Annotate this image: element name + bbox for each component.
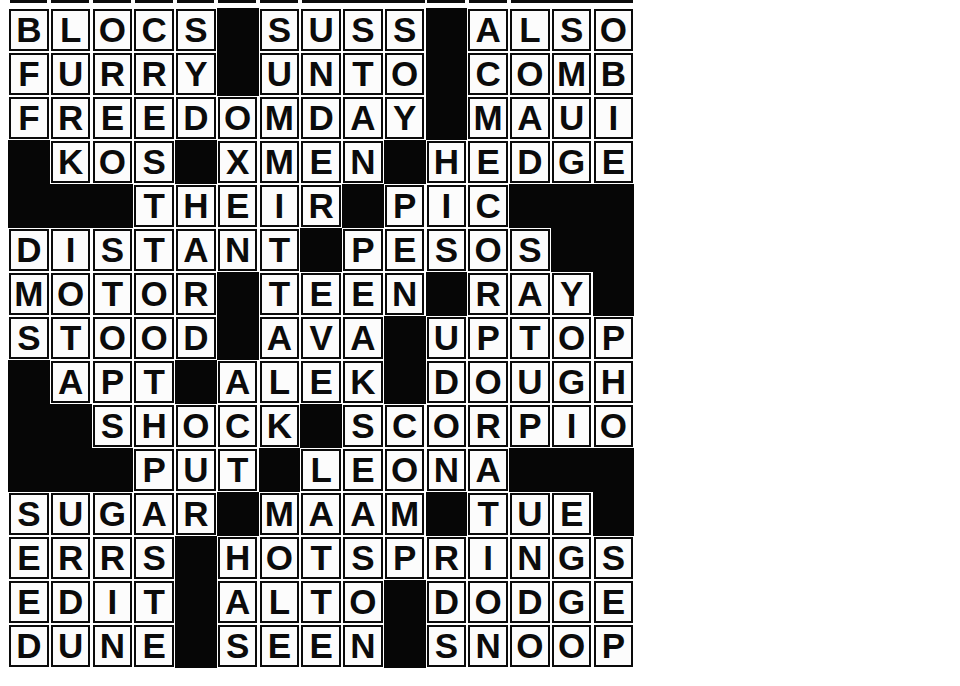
cell-letter: E <box>9 537 49 579</box>
cell-letter: E <box>9 581 49 623</box>
letter-cell-r14c7[interactable]: L <box>259 580 301 624</box>
cell-letter: O <box>176 405 216 447</box>
letter-cell-r12c7[interactable]: M <box>259 492 301 536</box>
cell-letter: R <box>93 53 133 95</box>
black-cell-r11c1 <box>8 448 50 492</box>
letter-cell-r8c7[interactable]: A <box>259 316 301 360</box>
cell-letter: O <box>594 9 634 51</box>
black-cell-r1c11 <box>426 8 468 52</box>
letter-cell-r12c1[interactable]: S <box>8 492 50 536</box>
letter-cell-r5c8[interactable]: R <box>300 184 342 228</box>
cell-letter: E <box>134 625 174 667</box>
letter-cell-r11c11[interactable]: N <box>426 448 468 492</box>
cell-letter: N <box>93 625 133 667</box>
letter-cell-r14c11[interactable]: D <box>426 580 468 624</box>
letter-cell-r6c10[interactable]: E <box>384 228 426 272</box>
cell-letter: E <box>343 273 383 315</box>
cell-letter: N <box>468 625 508 667</box>
letter-cell-r3c12[interactable]: M <box>467 96 509 140</box>
letter-cell-r6c6[interactable]: N <box>217 228 259 272</box>
cell-letter: P <box>343 229 383 271</box>
letter-cell-r13c11[interactable]: R <box>426 536 468 580</box>
letter-cell-r11c6[interactable]: T <box>217 448 259 492</box>
cell-letter: S <box>594 537 634 579</box>
sliver-dash <box>260 0 298 3</box>
letter-cell-r5c12[interactable]: C <box>467 184 509 228</box>
cell-letter: U <box>260 53 300 95</box>
letter-cell-r5c6[interactable]: E <box>217 184 259 228</box>
cell-letter: A <box>510 97 550 139</box>
letter-cell-r12c3[interactable]: G <box>92 492 134 536</box>
letter-cell-r7c4[interactable]: O <box>133 272 175 316</box>
letter-cell-r12c9[interactable]: A <box>342 492 384 536</box>
letter-cell-r2c15[interactable]: B <box>593 52 635 96</box>
letter-cell-r7c7[interactable]: T <box>259 272 301 316</box>
cell-letter: P <box>468 317 508 359</box>
cell-letter: A <box>468 449 508 491</box>
letter-cell-r3c1[interactable]: F <box>8 96 50 140</box>
letter-cell-r15c14[interactable]: O <box>551 624 593 668</box>
letter-cell-r4c3[interactable]: O <box>92 140 134 184</box>
letter-cell-r14c4[interactable]: T <box>133 580 175 624</box>
black-cell-r7c11 <box>426 272 468 316</box>
letter-cell-r11c8[interactable]: L <box>300 448 342 492</box>
letter-cell-r15c12[interactable]: N <box>467 624 509 668</box>
letter-cell-r6c7[interactable]: T <box>259 228 301 272</box>
letter-cell-r14c9[interactable]: O <box>342 580 384 624</box>
cell-letter: R <box>468 273 508 315</box>
letter-cell-r2c1[interactable]: F <box>8 52 50 96</box>
cell-letter: U <box>51 625 91 667</box>
sliver-dash <box>135 0 173 3</box>
letter-cell-r1c5[interactable]: S <box>175 8 217 52</box>
cell-letter: I <box>468 537 508 579</box>
cell-letter: S <box>427 229 467 271</box>
cell-letter: S <box>552 9 592 51</box>
letter-cell-r11c12[interactable]: A <box>467 448 509 492</box>
cell-letter: S <box>134 537 174 579</box>
letter-cell-r2c7[interactable]: U <box>259 52 301 96</box>
cell-letter: P <box>594 625 634 667</box>
cell-letter: O <box>134 317 174 359</box>
letter-cell-r8c14[interactable]: O <box>551 316 593 360</box>
letter-cell-r10c11[interactable]: O <box>426 404 468 448</box>
letter-cell-r8c12[interactable]: P <box>467 316 509 360</box>
letter-cell-r12c12[interactable]: T <box>467 492 509 536</box>
letter-cell-r4c13[interactable]: D <box>509 140 551 184</box>
black-cell-r3c11 <box>426 96 468 140</box>
letter-cell-r15c4[interactable]: E <box>133 624 175 668</box>
black-cell-r12c15 <box>593 492 635 536</box>
letter-cell-r2c4[interactable]: R <box>133 52 175 96</box>
letter-cell-r13c14[interactable]: G <box>551 536 593 580</box>
letter-cell-r7c3[interactable]: T <box>92 272 134 316</box>
cell-letter: S <box>9 317 49 359</box>
letter-cell-r1c13[interactable]: L <box>509 8 551 52</box>
cell-letter: A <box>176 229 216 271</box>
letter-cell-r14c1[interactable]: E <box>8 580 50 624</box>
letter-cell-r1c4[interactable]: C <box>133 8 175 52</box>
cell-letter: H <box>594 361 634 403</box>
letter-cell-r1c9[interactable]: S <box>342 8 384 52</box>
cell-letter: M <box>552 53 592 95</box>
cell-letter: O <box>552 625 592 667</box>
letter-cell-r10c3[interactable]: S <box>92 404 134 448</box>
letter-cell-r8c5[interactable]: D <box>175 316 217 360</box>
letter-cell-r13c7[interactable]: O <box>259 536 301 580</box>
letter-cell-r14c2[interactable]: D <box>50 580 92 624</box>
letter-cell-r10c9[interactable]: S <box>342 404 384 448</box>
cell-letter: C <box>134 9 174 51</box>
cell-letter: I <box>93 581 133 623</box>
letter-cell-r2c10[interactable]: O <box>384 52 426 96</box>
cell-letter: O <box>260 537 300 579</box>
black-cell-r7c6 <box>217 272 259 316</box>
cell-letter: H <box>134 405 174 447</box>
cell-letter: O <box>385 53 425 95</box>
letter-cell-r14c13[interactable]: D <box>509 580 551 624</box>
letter-cell-r5c5[interactable]: H <box>175 184 217 228</box>
cell-letter: O <box>51 273 91 315</box>
black-cell-r12c11 <box>426 492 468 536</box>
cell-letter: S <box>9 493 49 535</box>
letter-cell-r6c9[interactable]: P <box>342 228 384 272</box>
letter-cell-r9c9[interactable]: K <box>342 360 384 404</box>
letter-cell-r1c3[interactable]: O <box>92 8 134 52</box>
letter-cell-r11c10[interactable]: O <box>384 448 426 492</box>
letter-cell-r10c5[interactable]: O <box>175 404 217 448</box>
cell-letter: S <box>218 625 258 667</box>
cell-letter: G <box>552 537 592 579</box>
letter-cell-r11c5[interactable]: U <box>175 448 217 492</box>
sliver-dash <box>302 0 425 3</box>
letter-cell-r6c4[interactable]: T <box>133 228 175 272</box>
letter-cell-r1c8[interactable]: U <box>300 8 342 52</box>
cell-letter: A <box>343 97 383 139</box>
cell-letter: G <box>552 141 592 183</box>
letter-cell-r10c15[interactable]: O <box>593 404 635 448</box>
letter-cell-r10c6[interactable]: C <box>217 404 259 448</box>
letter-cell-r3c14[interactable]: U <box>551 96 593 140</box>
letter-cell-r12c4[interactable]: A <box>133 492 175 536</box>
black-cell-r5c13 <box>509 184 551 228</box>
black-cell-r1c6 <box>217 8 259 52</box>
cell-letter: R <box>176 273 216 315</box>
letter-cell-r3c13[interactable]: A <box>509 96 551 140</box>
letter-cell-r6c5[interactable]: A <box>175 228 217 272</box>
letter-cell-r13c8[interactable]: T <box>300 536 342 580</box>
cell-letter: D <box>427 361 467 403</box>
cell-letter: D <box>51 581 91 623</box>
cell-letter: O <box>134 273 174 315</box>
letter-cell-r15c2[interactable]: U <box>50 624 92 668</box>
cell-letter: E <box>218 185 258 227</box>
cell-letter: E <box>301 273 341 315</box>
letter-cell-r2c3[interactable]: R <box>92 52 134 96</box>
letter-cell-r13c9[interactable]: S <box>342 536 384 580</box>
letter-cell-r8c1[interactable]: S <box>8 316 50 360</box>
letter-cell-r5c4[interactable]: T <box>133 184 175 228</box>
cell-letter: E <box>301 361 341 403</box>
letter-cell-r8c9[interactable]: A <box>342 316 384 360</box>
letter-cell-r9c15[interactable]: H <box>593 360 635 404</box>
letter-cell-r7c9[interactable]: E <box>342 272 384 316</box>
cell-letter: R <box>134 53 174 95</box>
letter-cell-r12c13[interactable]: U <box>509 492 551 536</box>
letter-cell-r9c7[interactable]: L <box>259 360 301 404</box>
letter-cell-r15c9[interactable]: N <box>342 624 384 668</box>
cell-letter: U <box>510 493 550 535</box>
letter-cell-r8c15[interactable]: P <box>593 316 635 360</box>
cell-letter: F <box>9 97 49 139</box>
letter-cell-r9c8[interactable]: E <box>300 360 342 404</box>
cell-letter: Y <box>385 97 425 139</box>
letter-cell-r9c6[interactable]: A <box>217 360 259 404</box>
letter-cell-r4c12[interactable]: E <box>467 140 509 184</box>
cell-letter: N <box>427 449 467 491</box>
black-cell-r14c10 <box>384 580 426 624</box>
cell-letter: P <box>134 449 174 491</box>
letter-cell-r10c4[interactable]: H <box>133 404 175 448</box>
letter-cell-r6c13[interactable]: S <box>509 228 551 272</box>
letter-cell-r3c2[interactable]: R <box>50 96 92 140</box>
letter-cell-r9c12[interactable]: O <box>467 360 509 404</box>
cell-letter: R <box>427 537 467 579</box>
cell-letter: T <box>260 229 300 271</box>
cell-letter: E <box>468 141 508 183</box>
cell-letter: O <box>468 361 508 403</box>
cell-letter: A <box>51 361 91 403</box>
letter-cell-r2c13[interactable]: O <box>509 52 551 96</box>
cell-letter: N <box>343 625 383 667</box>
cell-letter: T <box>134 581 174 623</box>
letter-cell-r4c8[interactable]: E <box>300 140 342 184</box>
cell-letter: R <box>176 493 216 535</box>
letter-cell-r15c7[interactable]: E <box>259 624 301 668</box>
letter-cell-r4c15[interactable]: E <box>593 140 635 184</box>
cell-letter: E <box>301 141 341 183</box>
letter-cell-r2c2[interactable]: U <box>50 52 92 96</box>
letter-cell-r13c6[interactable]: H <box>217 536 259 580</box>
letter-cell-r12c5[interactable]: R <box>175 492 217 536</box>
letter-cell-r13c2[interactable]: R <box>50 536 92 580</box>
letter-cell-r1c10[interactable]: S <box>384 8 426 52</box>
letter-cell-r8c2[interactable]: T <box>50 316 92 360</box>
letter-cell-r8c13[interactable]: T <box>509 316 551 360</box>
letter-cell-r14c8[interactable]: T <box>300 580 342 624</box>
letter-cell-r10c13[interactable]: P <box>509 404 551 448</box>
letter-cell-r1c2[interactable]: L <box>50 8 92 52</box>
letter-cell-r10c14[interactable]: I <box>551 404 593 448</box>
letter-cell-r1c1[interactable]: B <box>8 8 50 52</box>
letter-cell-r3c8[interactable]: D <box>300 96 342 140</box>
black-cell-r5c14 <box>551 184 593 228</box>
letter-cell-r1c12[interactable]: A <box>467 8 509 52</box>
cell-letter: G <box>552 581 592 623</box>
letter-cell-r15c1[interactable]: D <box>8 624 50 668</box>
letter-cell-r14c6[interactable]: A <box>217 580 259 624</box>
letter-cell-r12c10[interactable]: M <box>384 492 426 536</box>
letter-cell-r7c12[interactable]: R <box>467 272 509 316</box>
letter-cell-r15c3[interactable]: N <box>92 624 134 668</box>
cell-letter: U <box>51 493 91 535</box>
black-cell-r10c8 <box>300 404 342 448</box>
cell-letter: O <box>385 449 425 491</box>
letter-cell-r14c3[interactable]: I <box>92 580 134 624</box>
letter-cell-r15c15[interactable]: P <box>593 624 635 668</box>
letter-cell-r8c11[interactable]: U <box>426 316 468 360</box>
black-cell-r10c1 <box>8 404 50 448</box>
black-cell-r11c13 <box>509 448 551 492</box>
cell-letter: E <box>552 493 592 535</box>
letter-cell-r1c15[interactable]: O <box>593 8 635 52</box>
letter-cell-r10c10[interactable]: C <box>384 404 426 448</box>
cell-letter: P <box>93 361 133 403</box>
letter-cell-r9c13[interactable]: U <box>509 360 551 404</box>
black-cell-r13c5 <box>175 536 217 580</box>
cell-letter: E <box>343 449 383 491</box>
letter-cell-r12c2[interactable]: U <box>50 492 92 536</box>
letter-cell-r14c14[interactable]: G <box>551 580 593 624</box>
letter-cell-r9c14[interactable]: G <box>551 360 593 404</box>
letter-cell-r13c13[interactable]: N <box>509 536 551 580</box>
cell-letter: S <box>427 625 467 667</box>
cell-letter: A <box>301 493 341 535</box>
cell-letter: O <box>468 229 508 271</box>
letter-cell-r3c10[interactable]: Y <box>384 96 426 140</box>
cell-letter: L <box>510 9 550 51</box>
letter-cell-r2c12[interactable]: C <box>467 52 509 96</box>
black-cell-r5c9 <box>342 184 384 228</box>
cell-letter: O <box>510 53 550 95</box>
black-cell-r5c2 <box>50 184 92 228</box>
cell-letter: P <box>510 405 550 447</box>
cell-letter: B <box>594 53 634 95</box>
letter-cell-r4c11[interactable]: H <box>426 140 468 184</box>
cell-letter: T <box>260 273 300 315</box>
letter-cell-r3c7[interactable]: M <box>259 96 301 140</box>
letter-cell-r6c1[interactable]: D <box>8 228 50 272</box>
letter-cell-r14c12[interactable]: O <box>467 580 509 624</box>
letter-cell-r15c13[interactable]: O <box>509 624 551 668</box>
cell-letter: I <box>552 405 592 447</box>
letter-cell-r10c7[interactable]: K <box>259 404 301 448</box>
letter-cell-r11c9[interactable]: E <box>342 448 384 492</box>
letter-cell-r9c11[interactable]: D <box>426 360 468 404</box>
black-cell-r4c10 <box>384 140 426 184</box>
cell-letter: T <box>301 581 341 623</box>
cell-letter: S <box>510 229 550 271</box>
letter-cell-r5c7[interactable]: I <box>259 184 301 228</box>
cell-letter: A <box>510 273 550 315</box>
letter-cell-r6c2[interactable]: I <box>50 228 92 272</box>
letter-cell-r3c5[interactable]: D <box>175 96 217 140</box>
page-canvas: BLOCSSUSSALSOFURRYUNTOCOMBFREEDOMDAYMAUI… <box>0 0 960 686</box>
cell-letter: M <box>260 141 300 183</box>
letter-cell-r4c4[interactable]: S <box>133 140 175 184</box>
letter-cell-r3c6[interactable]: O <box>217 96 259 140</box>
black-cell-r14c5 <box>175 580 217 624</box>
letter-cell-r7c1[interactable]: M <box>8 272 50 316</box>
letter-cell-r8c8[interactable]: V <box>300 316 342 360</box>
letter-cell-r2c14[interactable]: M <box>551 52 593 96</box>
cell-letter: S <box>343 9 383 51</box>
letter-cell-r6c11[interactable]: S <box>426 228 468 272</box>
letter-cell-r10c12[interactable]: R <box>467 404 509 448</box>
letter-cell-r13c15[interactable]: S <box>593 536 635 580</box>
letter-cell-r4c2[interactable]: K <box>50 140 92 184</box>
letter-cell-r2c5[interactable]: Y <box>175 52 217 96</box>
black-cell-r6c14 <box>551 228 593 272</box>
letter-cell-r3c15[interactable]: I <box>593 96 635 140</box>
letter-cell-r15c11[interactable]: S <box>426 624 468 668</box>
letter-cell-r4c9[interactable]: N <box>342 140 384 184</box>
cell-letter: S <box>343 537 383 579</box>
cell-letter: G <box>93 493 133 535</box>
letter-cell-r7c10[interactable]: N <box>384 272 426 316</box>
letter-cell-r4c7[interactable]: M <box>259 140 301 184</box>
cell-letter: P <box>385 185 425 227</box>
letter-cell-r5c10[interactable]: P <box>384 184 426 228</box>
letter-cell-r1c14[interactable]: S <box>551 8 593 52</box>
letter-cell-r7c8[interactable]: E <box>300 272 342 316</box>
letter-cell-r9c3[interactable]: P <box>92 360 134 404</box>
letter-cell-r4c6[interactable]: X <box>217 140 259 184</box>
letter-cell-r2c9[interactable]: T <box>342 52 384 96</box>
letter-cell-r7c13[interactable]: A <box>509 272 551 316</box>
letter-cell-r9c4[interactable]: T <box>133 360 175 404</box>
letter-cell-r7c2[interactable]: O <box>50 272 92 316</box>
cell-letter: A <box>343 493 383 535</box>
letter-cell-r15c8[interactable]: E <box>300 624 342 668</box>
letter-cell-r15c6[interactable]: S <box>217 624 259 668</box>
cell-letter: C <box>468 53 508 95</box>
letter-cell-r8c3[interactable]: O <box>92 316 134 360</box>
letter-cell-r6c3[interactable]: S <box>92 228 134 272</box>
letter-cell-r11c4[interactable]: P <box>133 448 175 492</box>
letter-cell-r13c1[interactable]: E <box>8 536 50 580</box>
letter-cell-r7c14[interactable]: Y <box>551 272 593 316</box>
cell-letter: R <box>51 537 91 579</box>
letter-cell-r8c4[interactable]: O <box>133 316 175 360</box>
letter-cell-r9c2[interactable]: A <box>50 360 92 404</box>
letter-cell-r12c8[interactable]: A <box>300 492 342 536</box>
letter-cell-r13c4[interactable]: S <box>133 536 175 580</box>
letter-cell-r5c11[interactable]: I <box>426 184 468 228</box>
letter-cell-r3c3[interactable]: E <box>92 96 134 140</box>
crossword-grid: BLOCSSUSSALSOFURRYUNTOCOMBFREEDOMDAYMAUI… <box>8 8 634 668</box>
cell-letter: L <box>260 581 300 623</box>
letter-cell-r13c12[interactable]: I <box>467 536 509 580</box>
letter-cell-r2c8[interactable]: N <box>300 52 342 96</box>
letter-cell-r13c10[interactable]: P <box>384 536 426 580</box>
letter-cell-r6c12[interactable]: O <box>467 228 509 272</box>
letter-cell-r7c5[interactable]: R <box>175 272 217 316</box>
cell-letter: I <box>51 229 91 271</box>
black-cell-r12c6 <box>217 492 259 536</box>
letter-cell-r3c4[interactable]: E <box>133 96 175 140</box>
cell-letter: M <box>468 97 508 139</box>
letter-cell-r13c3[interactable]: R <box>92 536 134 580</box>
letter-cell-r4c14[interactable]: G <box>551 140 593 184</box>
cell-letter: M <box>9 273 49 315</box>
letter-cell-r14c15[interactable]: E <box>593 580 635 624</box>
letter-cell-r3c9[interactable]: A <box>342 96 384 140</box>
letter-cell-r12c14[interactable]: E <box>551 492 593 536</box>
cell-letter: U <box>301 9 341 51</box>
letter-cell-r1c7[interactable]: S <box>259 8 301 52</box>
cell-letter: O <box>510 625 550 667</box>
